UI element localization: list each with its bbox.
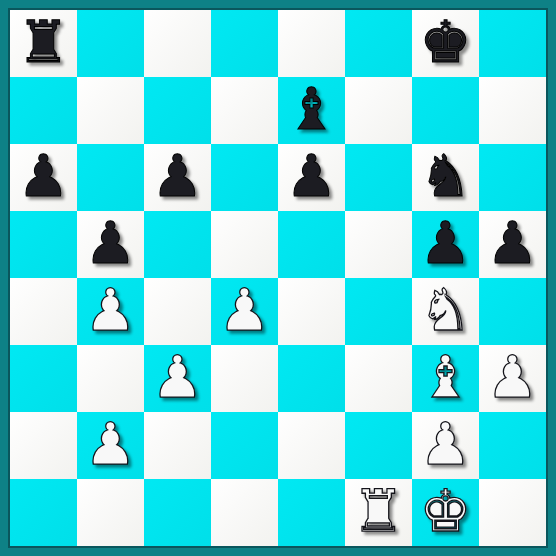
board-frame: ♜♚♝♟♟♟♞♟♟♟♟♟♞♟♝♟♟♟♜♚ <box>0 0 556 556</box>
square-f7[interactable] <box>345 77 412 144</box>
square-f6[interactable] <box>345 144 412 211</box>
square-d4[interactable]: ♟ <box>211 278 278 345</box>
square-c3[interactable]: ♟ <box>144 345 211 412</box>
square-h2[interactable] <box>479 412 546 479</box>
square-h4[interactable] <box>479 278 546 345</box>
square-g4[interactable]: ♞ <box>412 278 479 345</box>
square-f5[interactable] <box>345 211 412 278</box>
square-g7[interactable] <box>412 77 479 144</box>
square-d8[interactable] <box>211 10 278 77</box>
square-d1[interactable] <box>211 479 278 546</box>
piece-white-pawn[interactable]: ♟ <box>412 412 479 479</box>
piece-black-pawn[interactable]: ♟ <box>479 211 546 278</box>
square-h6[interactable] <box>479 144 546 211</box>
piece-black-pawn[interactable]: ♟ <box>77 211 144 278</box>
square-a1[interactable] <box>10 479 77 546</box>
square-h5[interactable]: ♟ <box>479 211 546 278</box>
square-d7[interactable] <box>211 77 278 144</box>
square-a3[interactable] <box>10 345 77 412</box>
square-d6[interactable] <box>211 144 278 211</box>
square-c5[interactable] <box>144 211 211 278</box>
square-c2[interactable] <box>144 412 211 479</box>
square-h1[interactable] <box>479 479 546 546</box>
square-f3[interactable] <box>345 345 412 412</box>
square-e7[interactable]: ♝ <box>278 77 345 144</box>
square-c8[interactable] <box>144 10 211 77</box>
square-a6[interactable]: ♟ <box>10 144 77 211</box>
square-g2[interactable]: ♟ <box>412 412 479 479</box>
piece-black-knight[interactable]: ♞ <box>412 144 479 211</box>
piece-black-rook[interactable]: ♜ <box>10 10 77 77</box>
square-d5[interactable] <box>211 211 278 278</box>
square-a8[interactable]: ♜ <box>10 10 77 77</box>
square-e6[interactable]: ♟ <box>278 144 345 211</box>
square-b3[interactable] <box>77 345 144 412</box>
square-d3[interactable] <box>211 345 278 412</box>
square-g1[interactable]: ♚ <box>412 479 479 546</box>
square-a5[interactable] <box>10 211 77 278</box>
piece-white-king[interactable]: ♚ <box>412 479 479 546</box>
square-g5[interactable]: ♟ <box>412 211 479 278</box>
piece-white-pawn[interactable]: ♟ <box>144 345 211 412</box>
square-f8[interactable] <box>345 10 412 77</box>
piece-white-pawn[interactable]: ♟ <box>77 412 144 479</box>
square-b5[interactable]: ♟ <box>77 211 144 278</box>
square-e2[interactable] <box>278 412 345 479</box>
square-c4[interactable] <box>144 278 211 345</box>
square-e4[interactable] <box>278 278 345 345</box>
chess-board: ♜♚♝♟♟♟♞♟♟♟♟♟♞♟♝♟♟♟♜♚ <box>8 8 548 548</box>
square-f1[interactable]: ♜ <box>345 479 412 546</box>
square-c7[interactable] <box>144 77 211 144</box>
piece-black-king[interactable]: ♚ <box>412 10 479 77</box>
square-a2[interactable] <box>10 412 77 479</box>
piece-white-rook[interactable]: ♜ <box>345 479 412 546</box>
square-c1[interactable] <box>144 479 211 546</box>
square-h7[interactable] <box>479 77 546 144</box>
square-b6[interactable] <box>77 144 144 211</box>
square-h3[interactable]: ♟ <box>479 345 546 412</box>
piece-white-knight[interactable]: ♞ <box>412 278 479 345</box>
piece-black-pawn[interactable]: ♟ <box>412 211 479 278</box>
square-b8[interactable] <box>77 10 144 77</box>
square-e8[interactable] <box>278 10 345 77</box>
square-a4[interactable] <box>10 278 77 345</box>
square-f2[interactable] <box>345 412 412 479</box>
square-b1[interactable] <box>77 479 144 546</box>
piece-white-pawn[interactable]: ♟ <box>479 345 546 412</box>
square-e3[interactable] <box>278 345 345 412</box>
piece-black-bishop[interactable]: ♝ <box>278 77 345 144</box>
square-b4[interactable]: ♟ <box>77 278 144 345</box>
square-b2[interactable]: ♟ <box>77 412 144 479</box>
piece-black-pawn[interactable]: ♟ <box>278 144 345 211</box>
square-a7[interactable] <box>10 77 77 144</box>
square-e5[interactable] <box>278 211 345 278</box>
square-f4[interactable] <box>345 278 412 345</box>
square-g8[interactable]: ♚ <box>412 10 479 77</box>
square-d2[interactable] <box>211 412 278 479</box>
square-g3[interactable]: ♝ <box>412 345 479 412</box>
piece-white-pawn[interactable]: ♟ <box>211 278 278 345</box>
square-g6[interactable]: ♞ <box>412 144 479 211</box>
piece-black-pawn[interactable]: ♟ <box>10 144 77 211</box>
square-b7[interactable] <box>77 77 144 144</box>
square-e1[interactable] <box>278 479 345 546</box>
square-c6[interactable]: ♟ <box>144 144 211 211</box>
piece-black-pawn[interactable]: ♟ <box>144 144 211 211</box>
piece-white-pawn[interactable]: ♟ <box>77 278 144 345</box>
piece-white-bishop[interactable]: ♝ <box>412 345 479 412</box>
square-h8[interactable] <box>479 10 546 77</box>
